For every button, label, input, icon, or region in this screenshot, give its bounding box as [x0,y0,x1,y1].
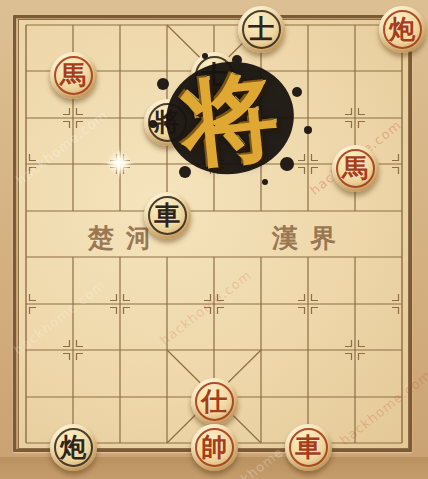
river-label-han: 漢界 [272,221,348,256]
piece-black-advisor[interactable]: 士 [238,6,285,53]
piece-glyph: 仕 [191,378,238,425]
piece-glyph: 車 [285,424,332,471]
xiangqi-app: 楚河 漢界 hackhome.comhackhome.comhackhome.c… [0,0,428,479]
piece-glyph: 炮 [379,6,426,53]
piece-red-chariot[interactable]: 車 [285,424,332,471]
piece-black-advisor[interactable]: 士 [191,52,238,99]
piece-glyph: 車 [144,192,191,239]
piece-black-chariot[interactable]: 車 [144,192,191,239]
piece-red-cannon[interactable]: 炮 [379,6,426,53]
piece-red-horse[interactable]: 馬 [50,52,97,99]
piece-red-advisor[interactable]: 仕 [191,378,238,425]
piece-glyph: 馬 [50,52,97,99]
piece-black-cannon[interactable]: 炮 [50,424,97,471]
piece-red-horse[interactable]: 馬 [332,145,379,192]
piece-glyph: 帥 [191,424,238,471]
piece-black-general[interactable]: 將 [144,99,191,146]
piece-glyph: 士 [238,6,285,53]
piece-red-general[interactable]: 帥 [191,424,238,471]
piece-glyph: 馬 [332,145,379,192]
piece-glyph: 將 [144,99,191,146]
piece-glyph: 炮 [50,424,97,471]
piece-glyph: 士 [191,52,238,99]
